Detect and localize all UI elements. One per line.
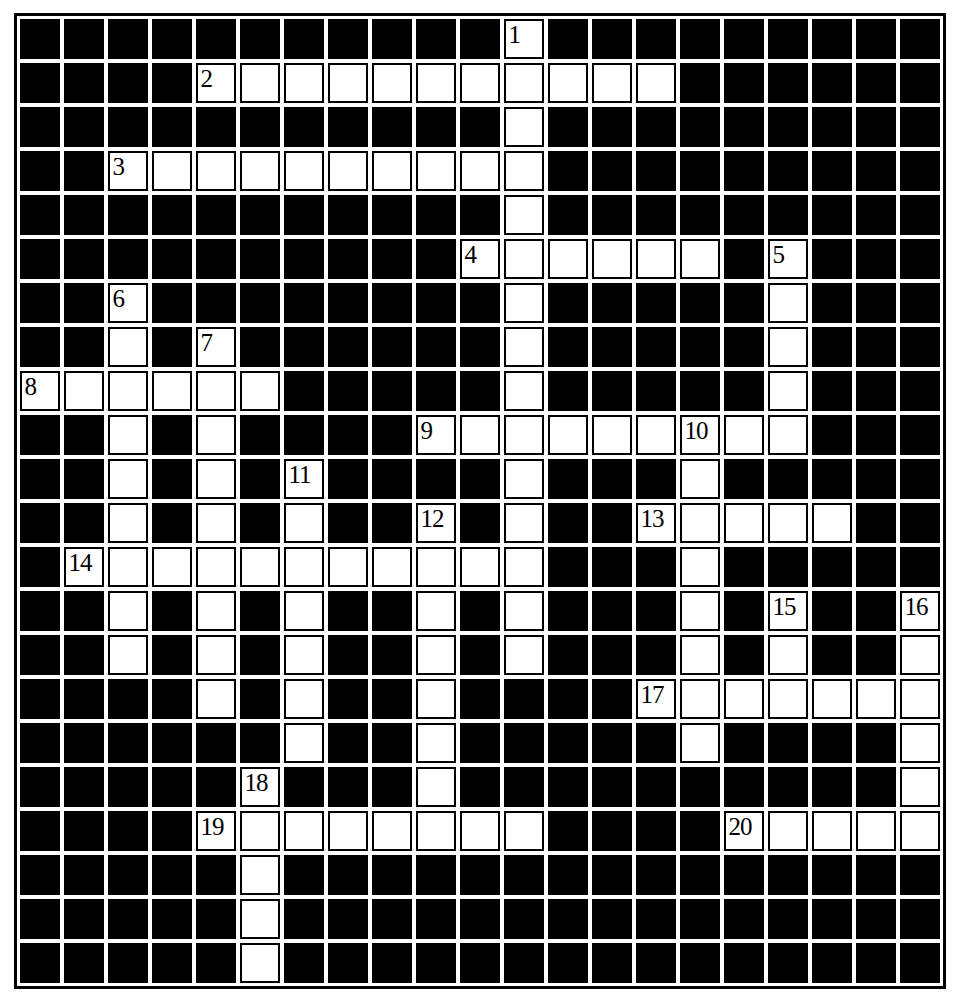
grid-cell[interactable]: [504, 547, 544, 587]
grid-cell[interactable]: [416, 151, 456, 191]
grid-cell[interactable]: [680, 547, 720, 587]
grid-cell: [636, 151, 676, 191]
grid-cell[interactable]: 16: [900, 591, 940, 631]
clue-number: 11: [289, 462, 311, 487]
grid-cell: [372, 239, 412, 279]
grid-cell[interactable]: 15: [768, 591, 808, 631]
grid-cell: [636, 371, 676, 411]
grid-cell[interactable]: [680, 503, 720, 543]
grid-cell[interactable]: [636, 239, 676, 279]
grid-cell[interactable]: 19: [196, 811, 236, 851]
grid-cell[interactable]: [504, 107, 544, 147]
grid-cell: [636, 855, 676, 895]
grid-cell: [284, 371, 324, 411]
grid-cell: [372, 415, 412, 455]
grid-cell[interactable]: [416, 811, 456, 851]
grid-cell: [152, 415, 192, 455]
grid-cell: [724, 943, 764, 983]
grid-cell[interactable]: [196, 459, 236, 499]
grid-cell: [152, 855, 192, 895]
grid-cell: [636, 283, 676, 323]
grid-cell: [548, 195, 588, 235]
grid-cell[interactable]: 10: [680, 415, 720, 455]
grid-cell[interactable]: [768, 415, 808, 455]
grid-cell[interactable]: [196, 591, 236, 631]
grid-cell: [460, 591, 500, 631]
grid-cell: [900, 415, 940, 455]
grid-cell: [812, 239, 852, 279]
grid-cell: [240, 503, 280, 543]
grid-cell[interactable]: [284, 723, 324, 763]
grid-cell[interactable]: [372, 151, 412, 191]
clue-number: 4: [465, 242, 477, 267]
grid-cell[interactable]: [240, 547, 280, 587]
grid-cell: [20, 151, 60, 191]
grid-cell: [636, 635, 676, 675]
grid-cell: [20, 943, 60, 983]
grid-cell: [592, 283, 632, 323]
grid-cell: [416, 195, 456, 235]
grid-cell: [284, 767, 324, 807]
grid-cell[interactable]: [900, 635, 940, 675]
grid-cell: [20, 547, 60, 587]
grid-cell[interactable]: 11: [284, 459, 324, 499]
grid-cell[interactable]: [108, 371, 148, 411]
grid-cell[interactable]: [284, 679, 324, 719]
grid-cell: [328, 679, 368, 719]
grid-cell: [856, 239, 896, 279]
grid-cell: [372, 459, 412, 499]
grid-cell: [416, 855, 456, 895]
grid-cell: [680, 63, 720, 103]
grid-cell[interactable]: [372, 811, 412, 851]
grid-cell: [900, 195, 940, 235]
grid-cell[interactable]: [328, 63, 368, 103]
grid-cell[interactable]: [328, 811, 368, 851]
grid-cell[interactable]: [196, 679, 236, 719]
grid-cell[interactable]: [900, 679, 940, 719]
grid-cell[interactable]: [504, 371, 544, 411]
grid-cell[interactable]: [680, 591, 720, 631]
grid-cell: [372, 767, 412, 807]
grid-cell[interactable]: [460, 415, 500, 455]
grid-cell: [328, 415, 368, 455]
grid-cell[interactable]: [812, 503, 852, 543]
grid-cell: [152, 899, 192, 939]
grid-cell: [108, 195, 148, 235]
grid-cell: [548, 327, 588, 367]
grid-cell: [680, 19, 720, 59]
grid-cell: [152, 591, 192, 631]
grid-cell: [284, 899, 324, 939]
grid-cell[interactable]: [196, 371, 236, 411]
grid-cell: [548, 107, 588, 147]
clue-number: 20: [729, 814, 752, 839]
grid-cell[interactable]: 12: [416, 503, 456, 543]
grid-cell: [284, 283, 324, 323]
grid-cell: [20, 19, 60, 59]
grid-cell: [64, 107, 104, 147]
clue-number: 9: [421, 418, 433, 443]
grid-cell: [548, 811, 588, 851]
grid-cell[interactable]: [416, 547, 456, 587]
grid-cell[interactable]: [856, 811, 896, 851]
grid-cell: [548, 151, 588, 191]
grid-cell: [152, 811, 192, 851]
grid-cell: [548, 547, 588, 587]
grid-cell: [196, 943, 236, 983]
clue-number: 8: [25, 374, 37, 399]
grid-cell: [240, 239, 280, 279]
grid-cell[interactable]: 18: [240, 767, 280, 807]
grid-cell[interactable]: [108, 635, 148, 675]
grid-cell: [548, 19, 588, 59]
grid-cell[interactable]: [768, 679, 808, 719]
grid-cell[interactable]: [504, 635, 544, 675]
grid-cell[interactable]: [196, 415, 236, 455]
grid-cell: [856, 855, 896, 895]
grid-cell: [768, 151, 808, 191]
grid-cell: [592, 327, 632, 367]
grid-cell[interactable]: [768, 371, 808, 411]
grid-cell[interactable]: [416, 767, 456, 807]
grid-cell[interactable]: [196, 503, 236, 543]
grid-cell[interactable]: [108, 415, 148, 455]
grid-cell[interactable]: [504, 415, 544, 455]
grid-cell: [680, 107, 720, 147]
grid-cell: [592, 723, 632, 763]
grid-cell: [724, 195, 764, 235]
grid-cell: [20, 635, 60, 675]
grid-cell[interactable]: [592, 239, 632, 279]
grid-cell: [328, 283, 368, 323]
grid-cell: [284, 107, 324, 147]
grid-cell[interactable]: [592, 63, 632, 103]
grid-cell[interactable]: [724, 415, 764, 455]
grid-cell: [64, 855, 104, 895]
grid-cell: [680, 943, 720, 983]
grid-cell: [196, 283, 236, 323]
grid-cell[interactable]: [900, 767, 940, 807]
grid-cell[interactable]: [504, 327, 544, 367]
grid-cell[interactable]: [636, 415, 676, 455]
grid-cell: [328, 723, 368, 763]
grid-cell[interactable]: [768, 635, 808, 675]
grid-cell[interactable]: [196, 635, 236, 675]
grid-cell: [416, 371, 456, 411]
grid-cell: [64, 283, 104, 323]
grid-cell[interactable]: [152, 547, 192, 587]
grid-cell: [372, 855, 412, 895]
grid-cell: [460, 283, 500, 323]
grid-cell: [592, 855, 632, 895]
grid-cell: [548, 503, 588, 543]
grid-cell: [548, 283, 588, 323]
grid-cell[interactable]: [108, 459, 148, 499]
grid-cell: [152, 503, 192, 543]
grid-cell: [460, 503, 500, 543]
grid-cell: [328, 591, 368, 631]
grid-cell: [900, 283, 940, 323]
grid-cell[interactable]: [240, 943, 280, 983]
grid-cell[interactable]: [724, 679, 764, 719]
grid-cell: [636, 591, 676, 631]
grid-cell: [64, 503, 104, 543]
grid-cell[interactable]: 14: [64, 547, 104, 587]
grid-cell[interactable]: [460, 811, 500, 851]
grid-cell: [856, 723, 896, 763]
grid-cell[interactable]: 17: [636, 679, 676, 719]
grid-cell: [460, 899, 500, 939]
grid-cell: [724, 283, 764, 323]
grid-cell[interactable]: [460, 151, 500, 191]
grid-cell[interactable]: 7: [196, 327, 236, 367]
grid-cell[interactable]: [768, 503, 808, 543]
grid-cell: [240, 459, 280, 499]
grid-cell: [548, 899, 588, 939]
grid-cell: [636, 107, 676, 147]
grid-cell: [680, 195, 720, 235]
grid-cell[interactable]: [768, 811, 808, 851]
grid-cell[interactable]: [240, 371, 280, 411]
grid-cell[interactable]: [416, 723, 456, 763]
clue-number: 10: [685, 418, 708, 443]
grid-cell[interactable]: [680, 459, 720, 499]
grid-cell: [152, 635, 192, 675]
grid-cell: [768, 767, 808, 807]
grid-cell: [20, 767, 60, 807]
grid-cell: [592, 151, 632, 191]
grid-cell[interactable]: [64, 371, 104, 411]
grid-cell[interactable]: [284, 811, 324, 851]
grid-cell[interactable]: [284, 591, 324, 631]
clue-number: 5: [773, 242, 785, 267]
grid-cell[interactable]: [196, 547, 236, 587]
grid-cell[interactable]: [284, 635, 324, 675]
grid-cell: [460, 767, 500, 807]
grid-cell[interactable]: [768, 327, 808, 367]
grid-cell: [900, 151, 940, 191]
grid-cell[interactable]: [504, 503, 544, 543]
grid-cell[interactable]: [240, 151, 280, 191]
grid-cell[interactable]: [152, 151, 192, 191]
clue-number: 14: [69, 550, 92, 575]
grid-cell[interactable]: [108, 591, 148, 631]
grid-cell[interactable]: [504, 151, 544, 191]
grid-cell: [64, 19, 104, 59]
grid-cell[interactable]: [108, 547, 148, 587]
grid-cell[interactable]: [504, 239, 544, 279]
grid-cell: [64, 811, 104, 851]
grid-cell: [372, 195, 412, 235]
clue-number: 16: [905, 594, 928, 619]
grid-cell: [416, 283, 456, 323]
grid-cell[interactable]: [152, 371, 192, 411]
grid-cell: [152, 459, 192, 499]
grid-cell: [460, 327, 500, 367]
grid-cell[interactable]: 5: [768, 239, 808, 279]
grid-cell: [372, 679, 412, 719]
grid-cell: [152, 283, 192, 323]
grid-cell[interactable]: 2: [196, 63, 236, 103]
grid-cell[interactable]: 9: [416, 415, 456, 455]
grid-cell: [548, 943, 588, 983]
grid-cell: [64, 767, 104, 807]
grid-cell: [548, 767, 588, 807]
grid-cell[interactable]: [548, 63, 588, 103]
grid-cell[interactable]: [504, 283, 544, 323]
grid-cell[interactable]: [680, 679, 720, 719]
grid-cell: [20, 855, 60, 895]
grid-cell: [328, 239, 368, 279]
grid-cell: [592, 899, 632, 939]
grid-cell[interactable]: [416, 63, 456, 103]
grid-cell: [416, 943, 456, 983]
grid-cell: [108, 723, 148, 763]
grid-cell[interactable]: [108, 327, 148, 367]
grid-cell: [856, 151, 896, 191]
grid-cell[interactable]: [460, 547, 500, 587]
grid-cell[interactable]: [284, 63, 324, 103]
grid-cell: [284, 239, 324, 279]
grid-cell[interactable]: [856, 679, 896, 719]
grid-cell: [768, 63, 808, 103]
grid-cell[interactable]: [108, 503, 148, 543]
grid-cell: [900, 459, 940, 499]
grid-cell: [372, 943, 412, 983]
grid-cell: [504, 767, 544, 807]
clue-number: 18: [245, 770, 268, 795]
grid-cell: [284, 19, 324, 59]
grid-cell[interactable]: 1: [504, 19, 544, 59]
grid-cell: [196, 899, 236, 939]
grid-cell: [504, 679, 544, 719]
grid-cell: [768, 195, 808, 235]
grid-cell: [20, 591, 60, 631]
grid-cell[interactable]: [284, 547, 324, 587]
clue-number: 7: [201, 330, 213, 355]
grid-cell[interactable]: [680, 239, 720, 279]
grid-cell[interactable]: [504, 811, 544, 851]
grid-cell[interactable]: [504, 63, 544, 103]
grid-cell: [240, 327, 280, 367]
grid-cell: [240, 415, 280, 455]
grid-cell: [900, 239, 940, 279]
grid-cell: [20, 503, 60, 543]
grid-cell: [372, 107, 412, 147]
grid-cell: [856, 283, 896, 323]
grid-cell[interactable]: [372, 547, 412, 587]
grid-cell: [20, 415, 60, 455]
grid-cell: [64, 63, 104, 103]
grid-cell[interactable]: [548, 415, 588, 455]
grid-cell[interactable]: [900, 811, 940, 851]
grid-cell[interactable]: [504, 459, 544, 499]
grid-cell[interactable]: [460, 63, 500, 103]
grid-cell: [680, 151, 720, 191]
grid-cell: [724, 635, 764, 675]
grid-cell: [724, 327, 764, 367]
grid-cell[interactable]: [416, 591, 456, 631]
grid-cell[interactable]: [504, 195, 544, 235]
grid-cell[interactable]: [328, 151, 368, 191]
grid-cell: [680, 327, 720, 367]
grid-cell[interactable]: [592, 415, 632, 455]
grid-cell[interactable]: [504, 591, 544, 631]
grid-cell[interactable]: [724, 503, 764, 543]
grid-cell: [636, 767, 676, 807]
grid-cell: [900, 19, 940, 59]
grid-cell[interactable]: [240, 855, 280, 895]
grid-cell[interactable]: [680, 635, 720, 675]
grid-cell[interactable]: 20: [724, 811, 764, 851]
grid-cell: [108, 899, 148, 939]
grid-cell[interactable]: [240, 63, 280, 103]
grid-cell: [460, 371, 500, 411]
grid-cell: [680, 899, 720, 939]
grid-cell[interactable]: [636, 63, 676, 103]
grid-cell[interactable]: [900, 723, 940, 763]
grid-cell: [20, 239, 60, 279]
grid-cell: [196, 195, 236, 235]
grid-cell: [416, 899, 456, 939]
grid-cell[interactable]: [196, 151, 236, 191]
grid-cell[interactable]: [328, 547, 368, 587]
grid-cell[interactable]: [372, 63, 412, 103]
grid-cell: [680, 855, 720, 895]
grid-cell: [900, 107, 940, 147]
grid-cell: [812, 283, 852, 323]
grid-cell[interactable]: [284, 151, 324, 191]
grid-cell: [460, 943, 500, 983]
grid-cell[interactable]: [548, 239, 588, 279]
grid-cell: [592, 591, 632, 631]
grid-cell: [240, 723, 280, 763]
grid-cell: [724, 239, 764, 279]
grid-cell[interactable]: 6: [108, 283, 148, 323]
grid-cell: [152, 943, 192, 983]
grid-cell: [900, 943, 940, 983]
grid-cell: [548, 679, 588, 719]
grid-cell: [504, 855, 544, 895]
grid-cell: [724, 723, 764, 763]
grid-cell[interactable]: [416, 679, 456, 719]
grid-cell: [328, 943, 368, 983]
grid-cell: [20, 679, 60, 719]
grid-cell[interactable]: [680, 723, 720, 763]
grid-cell[interactable]: 13: [636, 503, 676, 543]
grid-cell: [372, 283, 412, 323]
grid-cell: [724, 63, 764, 103]
grid-cell: [196, 107, 236, 147]
grid-cell: [196, 855, 236, 895]
grid-cell[interactable]: 8: [20, 371, 60, 411]
grid-cell[interactable]: [812, 679, 852, 719]
grid-cell: [460, 459, 500, 499]
grid-cell[interactable]: [240, 899, 280, 939]
grid-cell[interactable]: [240, 811, 280, 851]
grid-cell: [416, 459, 456, 499]
grid-cell: [328, 327, 368, 367]
grid-cell[interactable]: [416, 635, 456, 675]
grid-cell[interactable]: [812, 811, 852, 851]
grid-cell[interactable]: 4: [460, 239, 500, 279]
grid-cell[interactable]: 3: [108, 151, 148, 191]
grid-cell: [812, 63, 852, 103]
grid-cell: [548, 635, 588, 675]
grid-cell[interactable]: [284, 503, 324, 543]
grid-cell[interactable]: [768, 283, 808, 323]
